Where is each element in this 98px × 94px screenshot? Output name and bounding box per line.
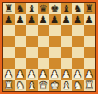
square-a7[interactable]: ♟ [3,14,15,25]
piece-white-rook[interactable]: ♜ [85,80,94,90]
piece-black-pawn[interactable]: ♟ [27,14,36,24]
square-f6[interactable] [61,25,73,36]
square-c2[interactable]: ♟ [26,69,38,80]
square-g5[interactable] [72,36,84,47]
chess-board-frame: ♜♞♝♛♚♝♞♜♟♟♟♟♟♟♟♟♟♟♟♟♟♟♟♟♜♞♝♛♚♝♞♜ [0,0,98,94]
square-g2[interactable]: ♟ [72,69,84,80]
square-d3[interactable] [38,58,50,69]
square-f8[interactable]: ♝ [61,3,73,14]
square-f7[interactable]: ♟ [61,14,73,25]
square-h3[interactable] [84,58,96,69]
piece-white-pawn[interactable]: ♟ [4,69,13,79]
piece-white-pawn[interactable]: ♟ [27,69,36,79]
square-g4[interactable] [72,47,84,58]
square-a4[interactable] [3,47,15,58]
square-h4[interactable] [84,47,96,58]
piece-white-knight[interactable]: ♞ [73,80,82,90]
piece-white-king[interactable]: ♚ [50,80,59,90]
square-e4[interactable] [49,47,61,58]
piece-white-knight[interactable]: ♞ [16,80,25,90]
square-a5[interactable] [3,36,15,47]
piece-white-pawn[interactable]: ♟ [50,69,59,79]
square-d5[interactable] [38,36,50,47]
square-a1[interactable]: ♜ [3,80,15,91]
piece-black-pawn[interactable]: ♟ [62,14,71,24]
square-e5[interactable] [49,36,61,47]
piece-black-queen[interactable]: ♛ [39,3,48,13]
square-c1[interactable]: ♝ [26,80,38,91]
square-g1[interactable]: ♞ [72,80,84,91]
square-g7[interactable]: ♟ [72,14,84,25]
piece-black-knight[interactable]: ♞ [16,3,25,13]
piece-white-pawn[interactable]: ♟ [85,69,94,79]
square-b4[interactable] [15,47,27,58]
piece-black-rook[interactable]: ♜ [85,3,94,13]
square-g8[interactable]: ♞ [72,3,84,14]
square-b8[interactable]: ♞ [15,3,27,14]
piece-white-bishop[interactable]: ♝ [27,80,36,90]
square-g3[interactable] [72,58,84,69]
square-e8[interactable]: ♚ [49,3,61,14]
square-b2[interactable]: ♟ [15,69,27,80]
piece-black-pawn[interactable]: ♟ [39,14,48,24]
square-b5[interactable] [15,36,27,47]
square-c6[interactable] [26,25,38,36]
piece-black-pawn[interactable]: ♟ [50,14,59,24]
square-d6[interactable] [38,25,50,36]
square-b1[interactable]: ♞ [15,80,27,91]
piece-black-pawn[interactable]: ♟ [4,14,13,24]
chess-board: ♜♞♝♛♚♝♞♜♟♟♟♟♟♟♟♟♟♟♟♟♟♟♟♟♜♞♝♛♚♝♞♜ [2,2,96,92]
square-f4[interactable] [61,47,73,58]
square-b3[interactable] [15,58,27,69]
square-c7[interactable]: ♟ [26,14,38,25]
square-e1[interactable]: ♚ [49,80,61,91]
piece-black-bishop[interactable]: ♝ [62,3,71,13]
piece-white-pawn[interactable]: ♟ [39,69,48,79]
square-c4[interactable] [26,47,38,58]
square-d7[interactable]: ♟ [38,14,50,25]
square-h5[interactable] [84,36,96,47]
piece-black-rook[interactable]: ♜ [4,3,13,13]
square-a3[interactable] [3,58,15,69]
square-h1[interactable]: ♜ [84,80,96,91]
square-f5[interactable] [61,36,73,47]
square-a2[interactable]: ♟ [3,69,15,80]
square-b6[interactable] [15,25,27,36]
square-h2[interactable]: ♟ [84,69,96,80]
square-h7[interactable]: ♟ [84,14,96,25]
square-g6[interactable] [72,25,84,36]
piece-white-bishop[interactable]: ♝ [62,80,71,90]
piece-white-pawn[interactable]: ♟ [73,69,82,79]
square-c8[interactable]: ♝ [26,3,38,14]
piece-black-king[interactable]: ♚ [50,3,59,13]
piece-black-pawn[interactable]: ♟ [85,14,94,24]
square-a8[interactable]: ♜ [3,3,15,14]
square-e6[interactable] [49,25,61,36]
square-f2[interactable]: ♟ [61,69,73,80]
piece-black-pawn[interactable]: ♟ [16,14,25,24]
piece-white-pawn[interactable]: ♟ [62,69,71,79]
square-d2[interactable]: ♟ [38,69,50,80]
square-c5[interactable] [26,36,38,47]
square-f3[interactable] [61,58,73,69]
square-b7[interactable]: ♟ [15,14,27,25]
piece-black-bishop[interactable]: ♝ [27,3,36,13]
piece-white-rook[interactable]: ♜ [4,80,13,90]
square-d1[interactable]: ♛ [38,80,50,91]
piece-black-pawn[interactable]: ♟ [73,14,82,24]
square-e7[interactable]: ♟ [49,14,61,25]
square-e3[interactable] [49,58,61,69]
square-h8[interactable]: ♜ [84,3,96,14]
square-d8[interactable]: ♛ [38,3,50,14]
square-e2[interactable]: ♟ [49,69,61,80]
square-h6[interactable] [84,25,96,36]
piece-white-queen[interactable]: ♛ [39,80,48,90]
piece-black-knight[interactable]: ♞ [73,3,82,13]
piece-white-pawn[interactable]: ♟ [16,69,25,79]
square-c3[interactable] [26,58,38,69]
square-a6[interactable] [3,25,15,36]
square-d4[interactable] [38,47,50,58]
square-f1[interactable]: ♝ [61,80,73,91]
